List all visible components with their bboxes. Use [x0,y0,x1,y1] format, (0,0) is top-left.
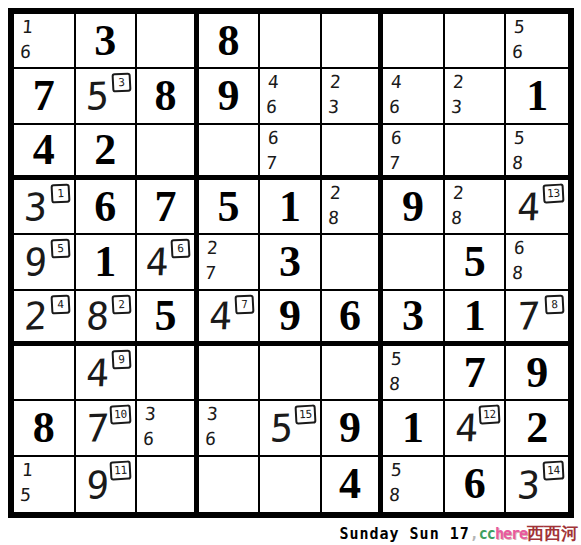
cell-r2c5: 46 [260,69,322,124]
pencil-mark-digit: 8 [512,263,524,283]
cell-r7c2: 49 [76,346,138,401]
given-digit: 8 [14,401,74,454]
given-digit: 3 [383,291,443,341]
cell-r9c2: 911 [76,457,138,512]
cell-r6c8: 1 [445,291,507,346]
given-digit: 1 [76,235,136,288]
cell-r6c1: 24 [14,291,76,346]
cell-r3c4 [199,125,261,180]
pencil-marks: 23 [327,72,341,117]
cell-r2c9: 1 [506,69,568,124]
given-digit: 9 [322,401,379,454]
cell-r7c7: 58 [383,346,445,401]
pencil-mark-digit: 6 [514,238,526,258]
given-digit: 1 [383,401,443,454]
pencil-mark-digit: 8 [389,374,401,394]
cell-r8c3: 36 [137,401,199,456]
cell-r2c7: 46 [383,69,445,124]
pencil-mark-digit: 2 [329,72,341,92]
watermark-site-name: 西西河 [527,523,578,543]
given-digit: 9 [260,291,320,341]
cell-r1c3 [137,14,199,69]
cell-r1c9: 56 [506,14,568,69]
pencil-marks: 28 [327,183,341,228]
given-digit: 5 [445,235,505,288]
cell-r9c9: 314 [506,457,568,512]
solve-order-badge: 3 [112,73,132,93]
pencil-marks: 46 [389,72,403,117]
cell-r4c7: 9 [383,180,445,235]
cell-r3c7: 67 [383,125,445,180]
cell-r7c6 [322,346,384,401]
pencil-mark-digit: 5 [391,349,403,369]
cell-r4c1: 31 [14,180,76,235]
solve-order-badge: 7 [235,294,255,314]
pencil-mark-digit: 5 [514,128,526,148]
cell-r7c5 [260,346,322,401]
cell-r7c3 [137,346,199,401]
cell-r7c4 [199,346,261,401]
cell-r8c9: 2 [506,401,568,456]
cell-r3c8 [445,125,507,180]
cell-r2c8: 23 [445,69,507,124]
given-digit: 5 [137,291,194,341]
cell-r2c6: 23 [322,69,384,124]
pencil-mark-digit: 7 [204,263,216,283]
pencil-marks: 67 [389,128,403,173]
given-digit: 6 [76,180,136,233]
pencil-mark-digit: 5 [19,485,31,505]
cell-r8c8: 412 [445,401,507,456]
cell-r8c4: 36 [199,401,261,456]
pencil-mark-digit: 6 [512,42,524,62]
cell-r1c6 [322,14,384,69]
pencil-mark-digit: 6 [391,128,403,148]
pencil-mark-digit: 5 [391,460,403,480]
pencil-mark-digit: 6 [204,429,216,449]
caption-date: Sunday Sun 17 [339,525,469,543]
cell-r3c5: 67 [260,125,322,180]
solve-order-badge: 12 [479,405,501,425]
cell-r8c5: 515 [260,401,322,456]
cell-r6c6: 6 [322,291,384,346]
pencil-mark-digit: 6 [143,429,155,449]
cell-r6c3: 5 [137,291,199,346]
solve-order-badge: 11 [109,460,131,480]
cell-r2c2: 53 [76,69,138,124]
solve-order-badge: 1 [50,184,70,204]
cell-r6c7: 3 [383,291,445,346]
cell-r2c1: 7 [14,69,76,124]
solve-order-badge: 5 [50,239,70,259]
cell-r4c2: 6 [76,180,138,235]
solve-order-badge: 9 [112,350,132,370]
pencil-mark-digit: 4 [391,72,403,92]
cell-r5c7 [383,235,445,290]
cell-r4c5: 1 [260,180,322,235]
pencil-marks: 68 [512,238,526,283]
pencil-marks: 58 [389,349,403,394]
cell-r4c6: 28 [322,180,384,235]
pencil-mark-digit: 2 [452,72,464,92]
solve-order-badge: 2 [112,294,132,314]
cell-r1c5 [260,14,322,69]
solve-order-badge: 10 [109,405,131,425]
cell-r9c8: 6 [445,457,507,512]
pencil-mark-digit: 5 [514,17,526,37]
cell-r7c1 [14,346,76,401]
cell-r8c7: 1 [383,401,445,456]
pencil-mark-digit: 7 [389,153,401,173]
watermark-here: here [495,525,527,543]
cell-r3c2: 2 [76,125,138,180]
given-digit: 3 [260,235,320,288]
pencil-marks: 16 [19,17,33,62]
pencil-mark-digit: 7 [266,153,278,173]
given-digit: 1 [506,69,568,122]
pencil-mark-digit: 3 [450,97,462,117]
cell-r5c1: 95 [14,235,76,290]
cell-r3c1: 4 [14,125,76,180]
given-digit: 9 [383,180,443,233]
cell-r8c6: 9 [322,401,384,456]
pencil-mark-digit: 6 [266,97,278,117]
pencil-mark-digit: 8 [389,485,401,505]
cell-r7c9: 9 [506,346,568,401]
cell-r4c3: 7 [137,180,199,235]
given-digit: 1 [445,291,505,341]
pencil-marks: 15 [19,460,33,505]
solve-order-badge: 6 [170,239,190,259]
given-digit: 4 [14,125,74,175]
pencil-mark-digit: 6 [19,42,31,62]
given-digit: 1 [260,180,320,233]
solve-order-badge: 4 [50,294,70,314]
cell-r1c1: 16 [14,14,76,69]
cell-r4c4: 5 [199,180,261,235]
cell-r5c4: 27 [199,235,261,290]
cell-r6c5: 9 [260,291,322,346]
given-digit: 7 [445,346,505,399]
pencil-mark-digit: 3 [327,97,339,117]
pencil-mark-digit: 8 [450,208,462,228]
cell-r9c3 [137,457,199,512]
given-digit: 8 [199,14,259,67]
cell-r4c8: 28 [445,180,507,235]
cell-r8c1: 8 [14,401,76,456]
caption: Sunday Sun 17,cchere西西河 [0,523,578,544]
cell-r5c8: 5 [445,235,507,290]
pencil-marks: 58 [512,128,526,173]
cell-r9c4 [199,457,261,512]
solve-order-badge: 14 [542,460,564,480]
given-digit: 7 [137,180,194,233]
given-digit: 3 [76,14,136,67]
given-digit: 6 [445,457,505,512]
given-digit: 2 [506,401,568,454]
pencil-marks: 36 [143,404,157,449]
cell-r2c4: 9 [199,69,261,124]
pencil-mark-digit: 6 [267,128,279,148]
pencil-mark-digit: 8 [512,153,524,173]
cell-r5c5: 3 [260,235,322,290]
pencil-marks: 58 [389,460,403,505]
given-digit: 5 [199,180,259,233]
given-digit: 2 [76,125,136,175]
cell-r3c3 [137,125,199,180]
pencil-mark-digit: 4 [267,72,279,92]
cell-r6c2: 82 [76,291,138,346]
pencil-marks: 28 [450,183,464,228]
sudoku-board: 1638567538946234623142676758316751289284… [8,8,574,518]
pencil-mark-digit: 3 [144,404,156,424]
cell-r1c2: 3 [76,14,138,69]
cell-r2c3: 8 [137,69,199,124]
pencil-mark-digit: 3 [206,404,218,424]
pencil-marks: 46 [266,72,280,117]
cell-r9c1: 15 [14,457,76,512]
cell-r9c7: 58 [383,457,445,512]
pencil-mark-digit: 2 [206,238,218,258]
cell-r3c9: 58 [506,125,568,180]
cell-r7c8: 7 [445,346,507,401]
pencil-mark-digit: 1 [21,460,33,480]
given-digit: 8 [137,69,194,122]
cell-r6c9: 78 [506,291,568,346]
given-digit: 7 [14,69,74,122]
cell-r5c3: 46 [137,235,199,290]
cell-r5c6 [322,235,384,290]
given-digit: 6 [322,291,379,341]
pencil-mark-digit: 2 [452,183,464,203]
cell-r6c4: 47 [199,291,261,346]
given-digit: 4 [322,457,379,512]
cell-r4c9: 413 [506,180,568,235]
pencil-mark-digit: 6 [389,97,401,117]
pencil-marks: 67 [266,128,280,173]
pencil-marks: 23 [450,72,464,117]
cell-r8c2: 710 [76,401,138,456]
cell-r3c6 [322,125,384,180]
solve-order-badge: 8 [545,294,565,314]
pencil-mark-digit: 8 [327,208,339,228]
given-digit: 9 [506,346,568,399]
cell-r5c9: 68 [506,235,568,290]
pencil-mark-digit: 2 [329,183,341,203]
cell-r1c4: 8 [199,14,261,69]
pencil-marks: 27 [204,238,218,283]
solve-order-badge: 15 [294,405,316,425]
watermark-cc: cc [479,525,495,543]
sudoku-screenshot: 1638567538946234623142676758316751289284… [0,0,581,545]
solve-order-badge: 13 [542,183,564,203]
pencil-marks: 56 [512,17,526,62]
cell-r5c2: 1 [76,235,138,290]
caption-ghost-text: , [470,525,479,543]
pencil-marks: 36 [204,404,218,449]
cell-r1c8 [445,14,507,69]
cell-r9c5 [260,457,322,512]
given-digit: 9 [199,69,259,122]
pencil-mark-digit: 1 [21,17,33,37]
cell-r9c6: 4 [322,457,384,512]
cell-r1c7 [383,14,445,69]
